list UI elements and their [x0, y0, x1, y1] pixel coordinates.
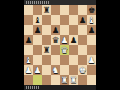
square-f3[interactable] [69, 55, 78, 65]
square-g1[interactable] [78, 75, 87, 85]
piece-white-pawn[interactable]: ♟ [60, 35, 69, 45]
square-d7[interactable] [51, 15, 60, 25]
square-f8[interactable] [69, 5, 78, 15]
square-h3[interactable]: ♟ [87, 55, 96, 65]
square-g4[interactable] [78, 45, 87, 55]
square-a6[interactable] [24, 25, 33, 35]
piece-black-bishop[interactable]: ♝ [33, 15, 42, 25]
square-a2[interactable]: ♟ [24, 65, 33, 75]
square-e6[interactable] [60, 25, 69, 35]
square-e7[interactable] [60, 15, 69, 25]
letterbox-right [96, 0, 120, 90]
piece-black-pawn[interactable]: ♟ [87, 25, 96, 35]
square-c6[interactable] [42, 25, 51, 35]
square-d4[interactable] [51, 45, 60, 55]
square-a7[interactable] [24, 15, 33, 25]
piece-black-rook[interactable]: ♜ [42, 5, 51, 15]
square-e8[interactable] [60, 5, 69, 15]
piece-white-bishop[interactable]: ♝ [24, 55, 33, 65]
square-d3[interactable] [51, 55, 60, 65]
square-f7[interactable] [69, 15, 78, 25]
square-e3[interactable] [60, 55, 69, 65]
square-g5[interactable] [78, 35, 87, 45]
piece-white-bishop[interactable]: ♝ [87, 15, 96, 25]
square-b4[interactable] [33, 45, 42, 55]
square-h1[interactable] [87, 75, 96, 85]
square-g8[interactable] [78, 5, 87, 15]
square-d8[interactable] [51, 5, 60, 15]
square-h6[interactable]: ♟ [87, 25, 96, 35]
piece-black-pawn[interactable]: ♟ [78, 15, 87, 25]
chess-board[interactable]: ♜♚♝♟♝♟♟♟♟♛♟♟♜♛♝♟♟♟♞♚♜♜ [24, 5, 96, 85]
square-e1[interactable]: ♜ [60, 75, 69, 85]
square-c2[interactable] [42, 65, 51, 75]
square-g6[interactable] [78, 25, 87, 35]
square-c7[interactable] [42, 15, 51, 25]
square-b3[interactable] [33, 55, 42, 65]
square-d5[interactable]: ♛ [51, 35, 60, 45]
piece-black-pawn[interactable]: ♟ [33, 25, 42, 35]
square-f4[interactable] [69, 45, 78, 55]
square-b8[interactable] [33, 5, 42, 15]
video-frame: ♜♚♝♟♝♟♟♟♟♛♟♟♜♛♝♟♟♟♞♚♜♜ [0, 0, 120, 90]
app-bottom-bar [24, 85, 96, 90]
square-a8[interactable] [24, 5, 33, 15]
square-a3[interactable]: ♝ [24, 55, 33, 65]
letterbox-left [0, 0, 24, 90]
square-a5[interactable]: ♟ [24, 35, 33, 45]
piece-white-pawn[interactable]: ♟ [33, 65, 42, 75]
square-h7[interactable]: ♝ [87, 15, 96, 25]
square-c3[interactable] [42, 55, 51, 65]
square-h2[interactable] [87, 65, 96, 75]
square-h8[interactable]: ♚ [87, 5, 96, 15]
square-f5[interactable]: ♟ [69, 35, 78, 45]
piece-black-rook[interactable]: ♜ [42, 45, 51, 55]
square-f1[interactable]: ♜ [69, 75, 78, 85]
square-g7[interactable]: ♟ [78, 15, 87, 25]
piece-white-king[interactable]: ♚ [78, 65, 87, 75]
square-d6[interactable]: ♟ [51, 25, 60, 35]
square-f6[interactable] [69, 25, 78, 35]
bottom-bar-text [26, 86, 39, 89]
piece-black-pawn[interactable]: ♟ [24, 35, 33, 45]
square-c5[interactable] [42, 35, 51, 45]
piece-white-pawn[interactable]: ♟ [24, 65, 33, 75]
square-c1[interactable] [42, 75, 51, 85]
square-b2[interactable]: ♟ [33, 65, 42, 75]
top-bar-text [26, 1, 50, 4]
square-h4[interactable] [87, 45, 96, 55]
piece-black-king[interactable]: ♚ [87, 5, 96, 15]
square-a1[interactable] [24, 75, 33, 85]
piece-white-rook[interactable]: ♜ [60, 75, 69, 85]
square-d2[interactable]: ♞ [51, 65, 60, 75]
square-h5[interactable] [87, 35, 96, 45]
piece-white-pawn[interactable]: ♟ [87, 55, 96, 65]
square-g2[interactable]: ♚ [78, 65, 87, 75]
piece-white-rook[interactable]: ♜ [69, 75, 78, 85]
square-f2[interactable] [69, 65, 78, 75]
square-b7[interactable]: ♝ [33, 15, 42, 25]
square-g3[interactable] [78, 55, 87, 65]
square-e2[interactable] [60, 65, 69, 75]
square-c4[interactable]: ♜ [42, 45, 51, 55]
piece-black-pawn[interactable]: ♟ [69, 35, 78, 45]
square-b6[interactable]: ♟ [33, 25, 42, 35]
piece-black-pawn[interactable]: ♟ [51, 25, 60, 35]
piece-white-knight[interactable]: ♞ [51, 65, 60, 75]
piece-black-queen[interactable]: ♛ [51, 35, 60, 45]
piece-white-queen[interactable]: ♛ [60, 45, 69, 55]
square-d1[interactable] [51, 75, 60, 85]
square-e5[interactable]: ♟ [60, 35, 69, 45]
square-e4[interactable]: ♛ [60, 45, 69, 55]
square-c8[interactable]: ♜ [42, 5, 51, 15]
square-b5[interactable] [33, 35, 42, 45]
square-b1[interactable] [33, 75, 42, 85]
square-a4[interactable] [24, 45, 33, 55]
